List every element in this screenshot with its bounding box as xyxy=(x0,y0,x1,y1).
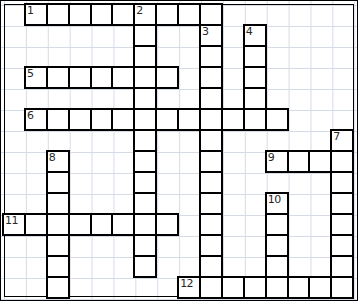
cell-r10c5[interactable] xyxy=(112,214,134,235)
cell-r13c8[interactable]: 12 xyxy=(178,277,200,298)
cell-r7c13[interactable] xyxy=(288,151,310,172)
cell-r2c11[interactable] xyxy=(244,46,266,67)
cell-r9c6[interactable] xyxy=(134,193,156,214)
cell-r5c11[interactable] xyxy=(244,109,266,130)
cell-r10c6[interactable] xyxy=(134,214,156,235)
cell-r9c2[interactable] xyxy=(47,193,69,214)
cell-r9c15[interactable] xyxy=(331,193,353,214)
cell-r8c9[interactable] xyxy=(200,172,222,193)
cell-r6c15[interactable]: 7 xyxy=(331,130,353,151)
cell-r5c7[interactable] xyxy=(156,109,178,130)
cell-r0c3[interactable] xyxy=(69,4,91,25)
clue-number: 6 xyxy=(27,110,34,121)
clue-number: 5 xyxy=(27,68,34,79)
cell-r11c12[interactable] xyxy=(266,235,288,256)
cell-r3c5[interactable] xyxy=(112,67,134,88)
cell-r10c7[interactable] xyxy=(156,214,178,235)
cell-r7c12[interactable]: 9 xyxy=(266,151,288,172)
cell-r10c0[interactable]: 11 xyxy=(3,214,25,235)
cell-r12c9[interactable] xyxy=(200,256,222,277)
cell-r8c2[interactable] xyxy=(47,172,69,193)
cell-r1c6[interactable] xyxy=(134,25,156,46)
clue-number: 11 xyxy=(5,215,18,226)
cell-r3c7[interactable] xyxy=(156,67,178,88)
cell-r11c6[interactable] xyxy=(134,235,156,256)
cell-r10c3[interactable] xyxy=(69,214,91,235)
cell-r3c9[interactable] xyxy=(200,67,222,88)
cell-r13c9[interactable] xyxy=(200,277,222,298)
cell-r0c4[interactable] xyxy=(91,4,113,25)
cell-r10c15[interactable] xyxy=(331,214,353,235)
cell-r10c1[interactable] xyxy=(25,214,47,235)
cell-r4c6[interactable] xyxy=(134,88,156,109)
cell-r7c2[interactable]: 8 xyxy=(47,151,69,172)
clue-number: 1 xyxy=(27,5,34,16)
cell-r13c11[interactable] xyxy=(244,277,266,298)
cell-r7c14[interactable] xyxy=(309,151,331,172)
cell-r13c2[interactable] xyxy=(47,277,69,298)
clue-number: 9 xyxy=(268,152,275,163)
cell-r3c3[interactable] xyxy=(69,67,91,88)
cell-r12c2[interactable] xyxy=(47,256,69,277)
clue-number: 7 xyxy=(333,131,340,142)
cell-r4c11[interactable] xyxy=(244,88,266,109)
clue-number: 4 xyxy=(246,26,253,37)
cell-r1c11[interactable]: 4 xyxy=(244,25,266,46)
clue-number: 2 xyxy=(136,5,143,16)
cell-r13c15[interactable] xyxy=(331,277,353,298)
cell-r13c10[interactable] xyxy=(222,277,244,298)
cell-r7c6[interactable] xyxy=(134,151,156,172)
crossword-grid: 123456789101112 xyxy=(3,4,353,298)
cell-r11c9[interactable] xyxy=(200,235,222,256)
cell-r12c12[interactable] xyxy=(266,256,288,277)
cell-r3c11[interactable] xyxy=(244,67,266,88)
cell-r5c9[interactable] xyxy=(200,109,222,130)
cell-r5c8[interactable] xyxy=(178,109,200,130)
cell-r5c10[interactable] xyxy=(222,109,244,130)
cell-r0c5[interactable] xyxy=(112,4,134,25)
cell-r1c9[interactable]: 3 xyxy=(200,25,222,46)
clue-number: 3 xyxy=(202,26,209,37)
clue-number: 8 xyxy=(49,152,56,163)
cell-r11c2[interactable] xyxy=(47,235,69,256)
cell-r13c12[interactable] xyxy=(266,277,288,298)
cell-r6c9[interactable] xyxy=(200,130,222,151)
cell-r12c6[interactable] xyxy=(134,256,156,277)
cell-r0c8[interactable] xyxy=(178,4,200,25)
cell-r2c6[interactable] xyxy=(134,46,156,67)
cell-r5c5[interactable] xyxy=(112,109,134,130)
cell-r5c4[interactable] xyxy=(91,109,113,130)
cell-r8c15[interactable] xyxy=(331,172,353,193)
cell-r3c6[interactable] xyxy=(134,67,156,88)
cell-r9c9[interactable] xyxy=(200,193,222,214)
cell-r5c3[interactable] xyxy=(69,109,91,130)
cell-r6c6[interactable] xyxy=(134,130,156,151)
cell-r0c1[interactable]: 1 xyxy=(25,4,47,25)
cell-r0c2[interactable] xyxy=(47,4,69,25)
cell-r4c9[interactable] xyxy=(200,88,222,109)
crossword-screenshot: 123456789101112 xyxy=(0,0,360,302)
cell-r10c9[interactable] xyxy=(200,214,222,235)
cell-r0c9[interactable] xyxy=(200,4,222,25)
cell-r0c7[interactable] xyxy=(156,4,178,25)
cell-r3c2[interactable] xyxy=(47,67,69,88)
cell-r3c1[interactable]: 5 xyxy=(25,67,47,88)
clue-number: 12 xyxy=(180,278,193,289)
clue-number: 10 xyxy=(268,194,281,205)
cell-r3c4[interactable] xyxy=(91,67,113,88)
cell-r11c15[interactable] xyxy=(331,235,353,256)
cell-r5c6[interactable] xyxy=(134,109,156,130)
cell-r7c9[interactable] xyxy=(200,151,222,172)
cell-r12c15[interactable] xyxy=(331,256,353,277)
cell-r5c2[interactable] xyxy=(47,109,69,130)
cell-r8c6[interactable] xyxy=(134,172,156,193)
cell-r10c2[interactable] xyxy=(47,214,69,235)
cell-r5c12[interactable] xyxy=(266,109,288,130)
cell-r7c15[interactable] xyxy=(331,151,353,172)
cell-r5c1[interactable]: 6 xyxy=(25,109,47,130)
cell-r2c9[interactable] xyxy=(200,46,222,67)
cell-r13c13[interactable] xyxy=(288,277,310,298)
cell-r0c6[interactable]: 2 xyxy=(134,4,156,25)
cell-r13c14[interactable] xyxy=(309,277,331,298)
cell-r9c12[interactable]: 10 xyxy=(266,193,288,214)
cell-r10c12[interactable] xyxy=(266,214,288,235)
cell-r10c4[interactable] xyxy=(91,214,113,235)
